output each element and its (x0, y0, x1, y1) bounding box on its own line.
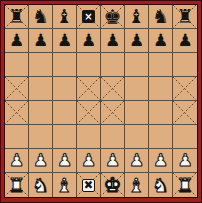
white-pawn[interactable]: ♟ (149, 149, 172, 172)
black-pawn[interactable]: ♟ (29, 29, 52, 52)
square-f7[interactable]: ♟ (125, 29, 149, 53)
board-grid: ♜♞♝×♚♝♞♜♟♟♟♟♟♟♟♟♟♟♟♟♟♟♟♟♜♞♝×♚♝♞♜ (5, 5, 197, 197)
black-pawn[interactable]: ♟ (149, 29, 172, 52)
square-g6[interactable] (149, 53, 173, 77)
white-pawn[interactable]: ♟ (77, 149, 100, 172)
square-e2[interactable]: ♟ (101, 149, 125, 173)
black-pawn[interactable]: ♟ (125, 29, 148, 52)
square-f2[interactable]: ♟ (125, 149, 149, 173)
square-g4[interactable] (149, 101, 173, 125)
board-inner-border: ♜♞♝×♚♝♞♜♟♟♟♟♟♟♟♟♟♟♟♟♟♟♟♟♜♞♝×♚♝♞♜ (4, 4, 198, 198)
square-h7[interactable]: ♟ (173, 29, 197, 53)
square-e7[interactable]: ♟ (101, 29, 125, 53)
square-c4[interactable] (53, 101, 77, 125)
black-pawn[interactable]: ♟ (173, 29, 197, 52)
square-d7[interactable]: ♟ (77, 29, 101, 53)
square-a2[interactable]: ♟ (5, 149, 29, 173)
white-elephant-alfil[interactable]: ♝ (125, 173, 148, 197)
square-b6[interactable] (29, 53, 53, 77)
square-c7[interactable]: ♟ (53, 29, 77, 53)
square-e3[interactable] (101, 125, 125, 149)
board-frame: ♜♞♝×♚♝♞♜♟♟♟♟♟♟♟♟♟♟♟♟♟♟♟♟♜♞♝×♚♝♞♜ (0, 0, 202, 203)
square-d8[interactable]: × (77, 5, 101, 29)
black-king[interactable]: ♚ (101, 5, 124, 28)
square-f5[interactable] (125, 77, 149, 101)
square-h5[interactable] (173, 77, 197, 101)
square-d6[interactable] (77, 53, 101, 77)
square-d5[interactable] (77, 77, 101, 101)
square-h6[interactable] (173, 53, 197, 77)
white-knight[interactable]: ♞ (149, 173, 172, 197)
square-b3[interactable] (29, 125, 53, 149)
square-b2[interactable]: ♟ (29, 149, 53, 173)
white-pawn[interactable]: ♟ (125, 149, 148, 172)
square-a6[interactable] (5, 53, 29, 77)
black-ferz-box-glyph: × (82, 10, 95, 23)
black-pawn[interactable]: ♟ (101, 29, 124, 52)
black-pawn[interactable]: ♟ (77, 29, 100, 52)
square-d4[interactable] (77, 101, 101, 125)
square-c6[interactable] (53, 53, 77, 77)
white-pawn[interactable]: ♟ (53, 149, 76, 172)
square-d3[interactable] (77, 125, 101, 149)
white-pawn[interactable]: ♟ (101, 149, 124, 172)
square-f1[interactable]: ♝ (125, 173, 149, 197)
square-d2[interactable]: ♟ (77, 149, 101, 173)
black-knight[interactable]: ♞ (149, 5, 172, 28)
square-b7[interactable]: ♟ (29, 29, 53, 53)
square-g5[interactable] (149, 77, 173, 101)
ashtapada-mark (77, 101, 101, 125)
square-g2[interactable]: ♟ (149, 149, 173, 173)
square-e5[interactable] (101, 77, 125, 101)
white-elephant-alfil[interactable]: ♝ (53, 173, 76, 197)
square-h3[interactable] (173, 125, 197, 149)
square-a7[interactable]: ♟ (5, 29, 29, 53)
square-g7[interactable]: ♟ (149, 29, 173, 53)
ashtapada-mark (5, 101, 29, 125)
square-e4[interactable] (101, 101, 125, 125)
square-h1[interactable]: ♜ (173, 173, 197, 197)
black-knight[interactable]: ♞ (29, 5, 52, 28)
square-b8[interactable]: ♞ (29, 5, 53, 29)
square-c8[interactable]: ♝ (53, 5, 77, 29)
square-c2[interactable]: ♟ (53, 149, 77, 173)
square-f6[interactable] (125, 53, 149, 77)
square-e8[interactable]: ♚ (101, 5, 125, 29)
white-pawn[interactable]: ♟ (5, 149, 28, 172)
ashtapada-mark (77, 77, 101, 101)
black-pawn[interactable]: ♟ (53, 29, 76, 52)
white-pawn[interactable]: ♟ (173, 149, 197, 172)
black-ferz[interactable]: × (77, 5, 100, 28)
square-h2[interactable]: ♟ (173, 149, 197, 173)
square-a3[interactable] (5, 125, 29, 149)
ashtapada-mark (101, 77, 125, 101)
black-elephant-alfil[interactable]: ♝ (53, 5, 76, 28)
ashtapada-mark (173, 101, 197, 125)
square-f4[interactable] (125, 101, 149, 125)
square-b1[interactable]: ♞ (29, 173, 53, 197)
white-king[interactable]: ♚ (101, 173, 124, 197)
square-a1[interactable]: ♜ (5, 173, 29, 197)
ashtapada-mark (5, 77, 29, 101)
square-h8[interactable]: ♜ (173, 5, 197, 29)
square-g1[interactable]: ♞ (149, 173, 173, 197)
black-rook[interactable]: ♜ (5, 5, 28, 28)
square-c1[interactable]: ♝ (53, 173, 77, 197)
square-b4[interactable] (29, 101, 53, 125)
white-ferz-box-glyph: × (82, 179, 95, 192)
square-f3[interactable] (125, 125, 149, 149)
square-a5[interactable] (5, 77, 29, 101)
white-ferz[interactable]: × (77, 173, 100, 197)
ashtapada-mark (101, 101, 125, 125)
white-pawn[interactable]: ♟ (29, 149, 52, 172)
square-e1[interactable]: ♚ (101, 173, 125, 197)
square-g3[interactable] (149, 125, 173, 149)
square-b5[interactable] (29, 77, 53, 101)
square-d1[interactable]: × (77, 173, 101, 197)
white-knight[interactable]: ♞ (29, 173, 52, 197)
square-a8[interactable]: ♜ (5, 5, 29, 29)
white-rook[interactable]: ♜ (173, 173, 197, 197)
black-rook[interactable]: ♜ (173, 5, 197, 28)
black-pawn[interactable]: ♟ (5, 29, 28, 52)
square-h4[interactable] (173, 101, 197, 125)
square-e6[interactable] (101, 53, 125, 77)
square-g8[interactable]: ♞ (149, 5, 173, 29)
square-a4[interactable] (5, 101, 29, 125)
square-c3[interactable] (53, 125, 77, 149)
square-c5[interactable] (53, 77, 77, 101)
black-elephant-alfil[interactable]: ♝ (125, 5, 148, 28)
square-f8[interactable]: ♝ (125, 5, 149, 29)
ashtapada-mark (173, 77, 197, 101)
white-rook[interactable]: ♜ (5, 173, 28, 197)
